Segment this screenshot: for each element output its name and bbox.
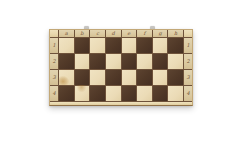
file-label-g: g: [153, 30, 168, 37]
chessboard: abcdefgh11223344: [49, 29, 193, 106]
square-b4[interactable]: [75, 86, 90, 101]
square-f2[interactable]: [137, 54, 152, 69]
square-c3[interactable]: [90, 70, 105, 85]
square-b2[interactable]: [75, 54, 90, 69]
square-d1[interactable]: [106, 38, 121, 53]
file-label-f: f: [137, 30, 152, 37]
square-f4[interactable]: [137, 86, 152, 101]
square-d2[interactable]: [106, 54, 121, 69]
file-label-b: b: [75, 30, 90, 37]
wood-knot-b4: [77, 85, 86, 92]
square-e2[interactable]: [122, 54, 137, 69]
square-a3[interactable]: [59, 70, 74, 85]
square-a4[interactable]: [59, 86, 74, 101]
board-grid: abcdefgh11223344: [50, 30, 192, 105]
square-h4[interactable]: [168, 86, 183, 101]
rank-label-left-2: 2: [50, 54, 58, 69]
square-g1[interactable]: [153, 38, 168, 53]
product-photo-background: abcdefgh11223344: [0, 0, 240, 150]
file-label-e: e: [122, 30, 137, 37]
board-corner-top-left: [50, 30, 58, 37]
square-d3[interactable]: [106, 70, 121, 85]
square-c2[interactable]: [90, 54, 105, 69]
square-g4[interactable]: [153, 86, 168, 101]
square-b1[interactable]: [75, 38, 90, 53]
square-c4[interactable]: [90, 86, 105, 101]
rank-label-right-4: 4: [184, 86, 192, 101]
square-f3[interactable]: [137, 70, 152, 85]
rank-label-left-1: 1: [50, 38, 58, 53]
file-label-d: d: [106, 30, 121, 37]
file-label-c: c: [90, 30, 105, 37]
square-e3[interactable]: [122, 70, 137, 85]
rank-label-right-3: 3: [184, 70, 192, 85]
rank-label-left-3: 3: [50, 70, 58, 85]
square-a1[interactable]: [59, 38, 74, 53]
square-e1[interactable]: [122, 38, 137, 53]
rank-label-left-4: 4: [50, 86, 58, 101]
rank-label-right-2: 2: [184, 54, 192, 69]
square-h1[interactable]: [168, 38, 183, 53]
square-g2[interactable]: [153, 54, 168, 69]
square-f1[interactable]: [137, 38, 152, 53]
file-label-a: a: [59, 30, 74, 37]
board-corner-top-right: [184, 30, 192, 37]
rank-label-right-1: 1: [184, 38, 192, 53]
square-c1[interactable]: [90, 38, 105, 53]
square-a2[interactable]: [59, 54, 74, 69]
square-h2[interactable]: [168, 54, 183, 69]
square-b3[interactable]: [75, 70, 90, 85]
square-e4[interactable]: [122, 86, 137, 101]
file-label-h: h: [168, 30, 183, 37]
square-d4[interactable]: [106, 86, 121, 101]
square-g3[interactable]: [153, 70, 168, 85]
wood-knot-a3: [59, 76, 69, 85]
square-h3[interactable]: [168, 70, 183, 85]
board-bottom-edge: [50, 102, 192, 105]
